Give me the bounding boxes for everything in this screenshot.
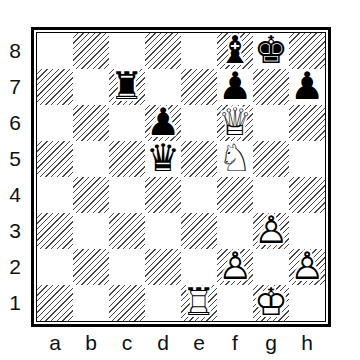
square-c2[interactable] <box>109 249 145 285</box>
piece-black-pawn: ♟♟ <box>145 105 181 141</box>
piece-fill-silhouette: ♚ <box>254 283 288 321</box>
square-f6[interactable]: ♛♕ <box>217 105 253 141</box>
piece-black-pawn: ♟♟ <box>289 69 325 105</box>
square-a3[interactable] <box>37 213 73 249</box>
piece-black-rook: ♜♜ <box>109 69 145 105</box>
square-c5[interactable] <box>109 141 145 177</box>
square-g3[interactable]: ♟♙ <box>253 213 289 249</box>
piece-fill-silhouette: ♟ <box>146 103 180 141</box>
square-a1[interactable] <box>37 285 73 321</box>
square-d1[interactable] <box>145 285 181 321</box>
square-b2[interactable] <box>73 249 109 285</box>
piece-glyph: ♙ <box>290 247 324 285</box>
piece-white-king: ♚♔ <box>253 285 289 321</box>
piece-glyph: ♟ <box>218 67 252 105</box>
square-e2[interactable] <box>181 249 217 285</box>
square-g8[interactable]: ♚♚ <box>253 33 289 69</box>
square-b8[interactable] <box>73 33 109 69</box>
square-c4[interactable] <box>109 177 145 213</box>
square-d6[interactable]: ♟♟ <box>145 105 181 141</box>
square-f1[interactable] <box>217 285 253 321</box>
file-label-c: c <box>109 329 145 357</box>
square-a7[interactable] <box>37 69 73 105</box>
square-a6[interactable] <box>37 105 73 141</box>
square-h3[interactable] <box>289 213 325 249</box>
square-h6[interactable] <box>289 105 325 141</box>
piece-fill-silhouette: ♛ <box>146 139 180 177</box>
rank-label-8: 8 <box>2 33 28 69</box>
square-c7[interactable]: ♜♜ <box>109 69 145 105</box>
square-f5[interactable]: ♞♘ <box>217 141 253 177</box>
square-a4[interactable] <box>37 177 73 213</box>
square-h2[interactable]: ♟♙ <box>289 249 325 285</box>
piece-white-queen: ♛♕ <box>217 105 253 141</box>
rank-label-4: 4 <box>2 177 28 213</box>
piece-glyph: ♟ <box>290 67 324 105</box>
piece-glyph: ♙ <box>218 247 252 285</box>
square-d7[interactable] <box>145 69 181 105</box>
piece-fill-silhouette: ♟ <box>290 247 324 285</box>
square-h1[interactable] <box>289 285 325 321</box>
square-f4[interactable] <box>217 177 253 213</box>
square-g7[interactable] <box>253 69 289 105</box>
file-label-b: b <box>73 329 109 357</box>
piece-glyph: ♟ <box>146 103 180 141</box>
rank-label-1: 1 <box>2 285 28 321</box>
piece-fill-silhouette: ♚ <box>254 31 288 69</box>
piece-fill-silhouette: ♜ <box>182 283 216 321</box>
piece-white-pawn: ♟♙ <box>253 213 289 249</box>
square-h4[interactable] <box>289 177 325 213</box>
piece-black-king: ♚♚ <box>253 33 289 69</box>
square-e8[interactable] <box>181 33 217 69</box>
piece-glyph: ♙ <box>254 211 288 249</box>
piece-fill-silhouette: ♞ <box>218 139 252 177</box>
square-b6[interactable] <box>73 105 109 141</box>
file-labels: abcdefgh <box>37 329 325 357</box>
square-g1[interactable]: ♚♔ <box>253 285 289 321</box>
square-g2[interactable] <box>253 249 289 285</box>
square-b5[interactable] <box>73 141 109 177</box>
square-b4[interactable] <box>73 177 109 213</box>
piece-glyph: ♕ <box>218 103 252 141</box>
square-g4[interactable] <box>253 177 289 213</box>
square-d8[interactable] <box>145 33 181 69</box>
square-c8[interactable] <box>109 33 145 69</box>
square-e3[interactable] <box>181 213 217 249</box>
piece-glyph: ♘ <box>218 139 252 177</box>
chessboard: ♝♝♚♚♜♜♟♟♟♟♟♟♛♕♛♛♞♘♟♙♟♙♟♙♜♖♚♔ <box>36 32 326 322</box>
square-d5[interactable]: ♛♛ <box>145 141 181 177</box>
square-a2[interactable] <box>37 249 73 285</box>
square-f7[interactable]: ♟♟ <box>217 69 253 105</box>
piece-white-pawn: ♟♙ <box>217 249 253 285</box>
square-d4[interactable] <box>145 177 181 213</box>
piece-fill-silhouette: ♟ <box>290 67 324 105</box>
square-e6[interactable] <box>181 105 217 141</box>
square-d3[interactable] <box>145 213 181 249</box>
piece-glyph: ♖ <box>182 283 216 321</box>
piece-glyph: ♛ <box>146 139 180 177</box>
square-e7[interactable] <box>181 69 217 105</box>
square-a5[interactable] <box>37 141 73 177</box>
square-b7[interactable] <box>73 69 109 105</box>
square-c1[interactable] <box>109 285 145 321</box>
square-b1[interactable] <box>73 285 109 321</box>
square-e1[interactable]: ♜♖ <box>181 285 217 321</box>
file-label-h: h <box>289 329 325 357</box>
rank-label-7: 7 <box>2 69 28 105</box>
file-label-d: d <box>145 329 181 357</box>
rank-label-3: 3 <box>2 213 28 249</box>
square-h5[interactable] <box>289 141 325 177</box>
piece-white-rook: ♜♖ <box>181 285 217 321</box>
piece-fill-silhouette: ♟ <box>218 67 252 105</box>
board-frame: ♝♝♚♚♜♜♟♟♟♟♟♟♛♕♛♛♞♘♟♙♟♙♟♙♜♖♚♔ <box>31 27 331 327</box>
square-b3[interactable] <box>73 213 109 249</box>
rank-label-6: 6 <box>2 105 28 141</box>
square-f8[interactable]: ♝♝ <box>217 33 253 69</box>
piece-glyph: ♝ <box>218 31 252 69</box>
square-e5[interactable] <box>181 141 217 177</box>
file-label-a: a <box>37 329 73 357</box>
piece-black-queen: ♛♛ <box>145 141 181 177</box>
square-c6[interactable] <box>109 105 145 141</box>
piece-glyph: ♔ <box>254 283 288 321</box>
chess-diagram: 87654321 ♝♝♚♚♜♜♟♟♟♟♟♟♛♕♛♛♞♘♟♙♟♙♟♙♜♖♚♔ ab… <box>0 0 360 360</box>
file-label-e: e <box>181 329 217 357</box>
piece-fill-silhouette: ♛ <box>218 103 252 141</box>
square-h7[interactable]: ♟♟ <box>289 69 325 105</box>
piece-fill-silhouette: ♟ <box>218 247 252 285</box>
piece-glyph: ♚ <box>254 31 288 69</box>
square-f3[interactable] <box>217 213 253 249</box>
square-g5[interactable] <box>253 141 289 177</box>
piece-black-pawn: ♟♟ <box>217 69 253 105</box>
piece-fill-silhouette: ♟ <box>254 211 288 249</box>
piece-black-bishop: ♝♝ <box>217 33 253 69</box>
rank-label-2: 2 <box>2 249 28 285</box>
piece-glyph: ♜ <box>110 67 144 105</box>
file-label-f: f <box>217 329 253 357</box>
piece-white-pawn: ♟♙ <box>289 249 325 285</box>
piece-white-knight: ♞♘ <box>217 141 253 177</box>
rank-label-5: 5 <box>2 141 28 177</box>
square-g6[interactable] <box>253 105 289 141</box>
file-label-g: g <box>253 329 289 357</box>
square-e4[interactable] <box>181 177 217 213</box>
square-h8[interactable] <box>289 33 325 69</box>
square-a8[interactable] <box>37 33 73 69</box>
square-d2[interactable] <box>145 249 181 285</box>
square-c3[interactable] <box>109 213 145 249</box>
piece-fill-silhouette: ♜ <box>110 67 144 105</box>
piece-fill-silhouette: ♝ <box>218 31 252 69</box>
rank-labels: 87654321 <box>2 33 28 321</box>
square-f2[interactable]: ♟♙ <box>217 249 253 285</box>
